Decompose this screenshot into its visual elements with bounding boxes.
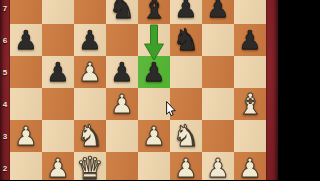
rank-label-7: 7	[0, 4, 10, 13]
square-a5[interactable]	[10, 56, 42, 88]
square-g2[interactable]: ♟	[202, 152, 234, 180]
square-b4[interactable]	[42, 88, 74, 120]
square-a4[interactable]	[10, 88, 42, 120]
square-h5[interactable]	[234, 56, 266, 88]
piece-white-pawn[interactable]: ♟	[206, 155, 229, 180]
piece-black-knight[interactable]: ♞	[173, 25, 200, 55]
piece-black-pawn[interactable]: ♟	[174, 0, 197, 21]
square-f7[interactable]: ♟	[170, 0, 202, 24]
square-c2[interactable]: ♛	[74, 152, 106, 180]
square-h7[interactable]	[234, 0, 266, 24]
square-g4[interactable]	[202, 88, 234, 120]
square-b7[interactable]	[42, 0, 74, 24]
rank-label-3: 3	[0, 132, 10, 141]
square-a3[interactable]: ♟	[10, 120, 42, 152]
square-g3[interactable]	[202, 120, 234, 152]
square-d6[interactable]	[106, 24, 138, 56]
square-e2[interactable]	[138, 152, 170, 180]
piece-white-pawn[interactable]: ♟	[238, 155, 261, 180]
square-a7[interactable]	[10, 0, 42, 24]
piece-white-queen[interactable]: ♛	[76, 153, 104, 181]
piece-black-pawn[interactable]: ♟	[46, 59, 69, 85]
square-f2[interactable]: ♟	[170, 152, 202, 180]
piece-white-pawn[interactable]: ♟	[142, 123, 165, 149]
square-g7[interactable]: ♟	[202, 0, 234, 24]
rank-label-6: 6	[0, 36, 10, 45]
square-d4[interactable]: ♟	[106, 88, 138, 120]
square-e3[interactable]: ♟	[138, 120, 170, 152]
chess-board[interactable]: ♞♝♟♟♟♟♞♟♟♟♟♟♟♝♟♞♟♞♟♛♟♟♟	[10, 0, 266, 180]
piece-white-pawn[interactable]: ♟	[46, 155, 69, 180]
piece-black-pawn[interactable]: ♟	[78, 27, 101, 53]
rank-label-2: 2	[0, 164, 10, 173]
piece-white-bishop[interactable]: ♝	[237, 90, 263, 119]
rank-label-5: 5	[0, 68, 10, 77]
square-g5[interactable]	[202, 56, 234, 88]
square-e7[interactable]: ♝	[138, 0, 170, 24]
square-f3[interactable]: ♞	[170, 120, 202, 152]
square-c5[interactable]: ♟	[74, 56, 106, 88]
square-f6[interactable]: ♞	[170, 24, 202, 56]
square-f5[interactable]	[170, 56, 202, 88]
square-h3[interactable]	[234, 120, 266, 152]
square-d5[interactable]: ♟	[106, 56, 138, 88]
square-d7[interactable]: ♞	[106, 0, 138, 24]
rank-label-4: 4	[0, 100, 10, 109]
square-e5[interactable]: ♟	[138, 56, 170, 88]
piece-white-knight[interactable]: ♞	[173, 121, 200, 151]
square-h4[interactable]: ♝	[234, 88, 266, 120]
piece-white-pawn[interactable]: ♟	[78, 59, 101, 85]
square-f4[interactable]	[170, 88, 202, 120]
piece-white-knight[interactable]: ♞	[77, 121, 104, 151]
piece-black-pawn[interactable]: ♟	[110, 59, 133, 85]
piece-black-knight[interactable]: ♞	[109, 0, 136, 23]
square-b6[interactable]	[42, 24, 74, 56]
square-h2[interactable]: ♟	[234, 152, 266, 180]
square-b2[interactable]: ♟	[42, 152, 74, 180]
square-g6[interactable]	[202, 24, 234, 56]
square-c6[interactable]: ♟	[74, 24, 106, 56]
square-d3[interactable]	[106, 120, 138, 152]
square-a2[interactable]	[10, 152, 42, 180]
square-d2[interactable]	[106, 152, 138, 180]
square-h6[interactable]: ♟	[234, 24, 266, 56]
piece-white-pawn[interactable]: ♟	[14, 123, 37, 149]
square-b5[interactable]: ♟	[42, 56, 74, 88]
square-a6[interactable]: ♟	[10, 24, 42, 56]
square-c3[interactable]: ♞	[74, 120, 106, 152]
square-e4[interactable]	[138, 88, 170, 120]
square-e6[interactable]	[138, 24, 170, 56]
square-c7[interactable]	[74, 0, 106, 24]
screenshot-root: { "game": "chess", "view": { "descriptio…	[0, 0, 320, 180]
square-c4[interactable]	[74, 88, 106, 120]
piece-white-pawn[interactable]: ♟	[110, 91, 133, 117]
piece-black-pawn[interactable]: ♟	[14, 27, 37, 53]
piece-black-pawn[interactable]: ♟	[142, 59, 165, 85]
piece-black-pawn[interactable]: ♟	[206, 0, 229, 21]
square-b3[interactable]	[42, 120, 74, 152]
piece-black-pawn[interactable]: ♟	[238, 27, 261, 53]
piece-black-bishop[interactable]: ♝	[141, 0, 167, 23]
piece-white-pawn[interactable]: ♟	[174, 155, 197, 180]
